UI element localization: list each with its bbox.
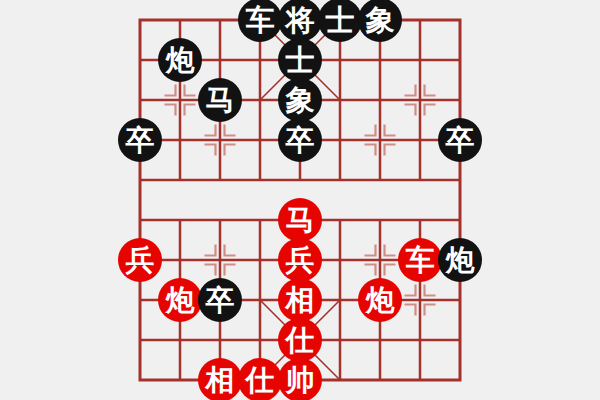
piece-red-cannon-c6r7[interactable]: 炮 [358,278,402,322]
piece-red-advisor-c3r9[interactable]: 仕 [238,358,282,400]
piece-black-cannon-c1r1[interactable]: 炮 [158,38,202,82]
xiangqi-board: 车将士象炮士马象卒卒卒马兵兵车炮炮卒相炮仕相仕帅 [0,0,600,400]
piece-black-horse-c2r2[interactable]: 马 [198,78,242,122]
piece-black-elephant-c6r0[interactable]: 象 [358,0,402,42]
piece-red-elephant-c4r7[interactable]: 相 [278,278,322,322]
piece-red-horse-c4r5[interactable]: 马 [278,198,322,242]
piece-black-soldier-c0r3[interactable]: 卒 [118,118,162,162]
piece-black-chariot-c3r0[interactable]: 车 [238,0,282,42]
piece-black-soldier-c8r3[interactable]: 卒 [438,118,482,162]
piece-red-cannon-c1r7[interactable]: 炮 [158,278,202,322]
piece-red-soldier-c0r6[interactable]: 兵 [118,238,162,282]
piece-black-advisor-c4r1[interactable]: 士 [278,38,322,82]
piece-red-soldier-c4r6[interactable]: 兵 [278,238,322,282]
piece-red-chariot-c7r6[interactable]: 车 [398,238,442,282]
piece-black-elephant-c4r2[interactable]: 象 [278,78,322,122]
piece-black-cannon-c8r6[interactable]: 炮 [438,238,482,282]
piece-red-advisor-c4r8[interactable]: 仕 [278,318,322,362]
piece-red-elephant-c2r9[interactable]: 相 [198,358,242,400]
piece-layer: 车将士象炮士马象卒卒卒马兵兵车炮炮卒相炮仕相仕帅 [0,0,600,400]
piece-black-advisor-c5r0[interactable]: 士 [318,0,362,42]
piece-red-general-c4r9[interactable]: 帅 [278,358,322,400]
piece-black-soldier-c2r7[interactable]: 卒 [198,278,242,322]
piece-black-soldier-c4r3[interactable]: 卒 [278,118,322,162]
piece-black-general-c4r0[interactable]: 将 [278,0,322,42]
